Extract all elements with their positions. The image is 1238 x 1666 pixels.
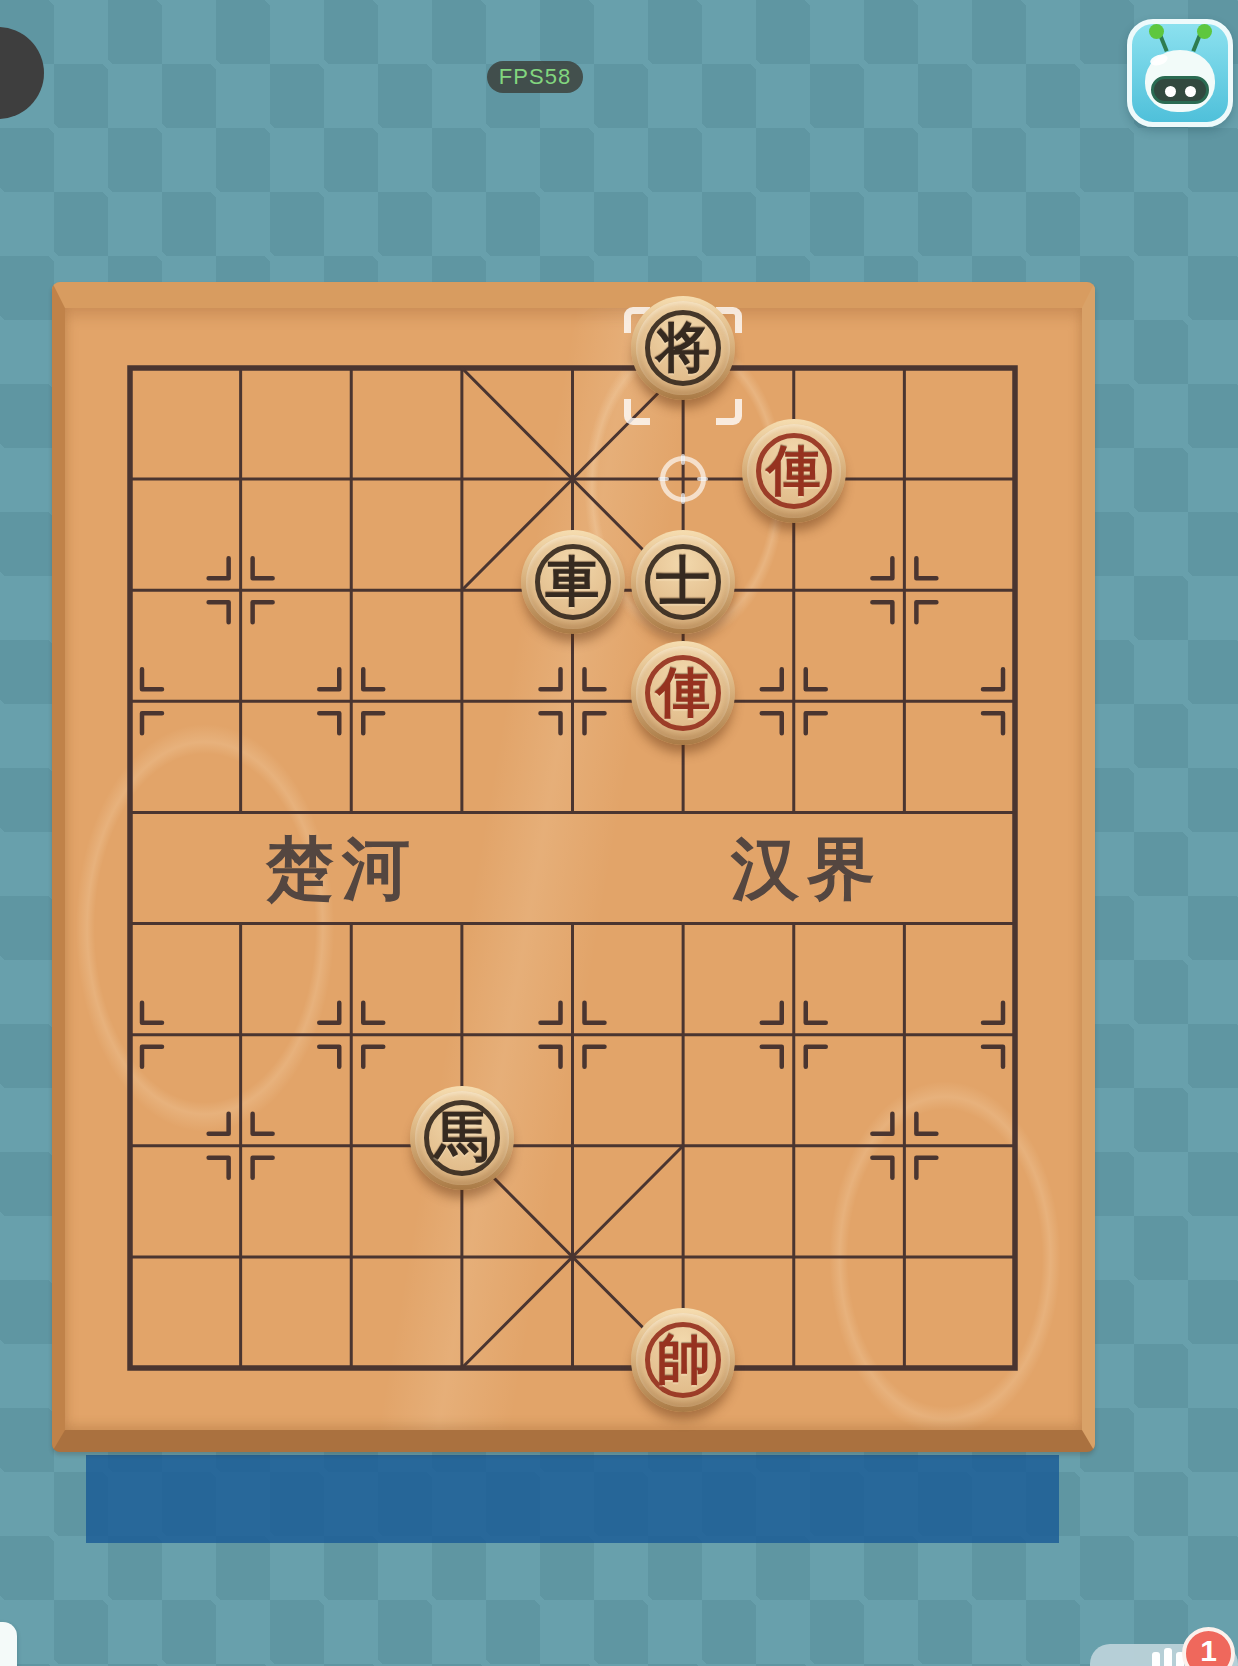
piece-black-chariot[interactable]: 車: [521, 530, 625, 634]
fps-counter: FPS58: [487, 61, 583, 93]
board-drop-shadow: [86, 1455, 1059, 1543]
piece-character: 俥: [631, 641, 735, 745]
piece-red-chariot-1[interactable]: 俥: [742, 419, 846, 523]
piece-character: 馬: [410, 1086, 514, 1190]
robot-antenna-ball-left-icon: [1149, 24, 1164, 39]
piece-character: 帥: [631, 1308, 735, 1412]
robot-eye-right-icon: [1185, 86, 1196, 97]
piece-black-advisor[interactable]: 士: [631, 530, 735, 634]
button-glyph: [1152, 1652, 1160, 1666]
robot-assistant-button[interactable]: [1127, 19, 1233, 127]
robot-visor-icon: [1151, 76, 1209, 104]
fps-label: FPS58: [499, 64, 571, 90]
notification-badge-count: 1: [1200, 1631, 1217, 1666]
piece-black-general[interactable]: 将: [631, 296, 735, 400]
piece-red-general[interactable]: 帥: [631, 1308, 735, 1412]
robot-eye-left-icon: [1165, 86, 1176, 97]
piece-black-horse[interactable]: 馬: [410, 1086, 514, 1190]
notification-badge: 1: [1182, 1627, 1235, 1666]
robot-antenna-ball-right-icon: [1197, 24, 1212, 39]
board-grid: 楚河汉界: [65, 308, 1082, 1430]
bottom-left-panel-edge[interactable]: [0, 1622, 17, 1666]
piece-character: 車: [521, 530, 625, 634]
river-label-right: 汉界: [730, 831, 883, 907]
river-label-left: 楚河: [265, 831, 418, 907]
piece-red-chariot-2[interactable]: 俥: [631, 641, 735, 745]
piece-character: 士: [631, 530, 735, 634]
top-left-menu-button[interactable]: [0, 27, 44, 119]
button-glyph: [1164, 1648, 1172, 1666]
piece-character: 将: [631, 296, 735, 400]
xiangqi-board[interactable]: 楚河汉界将俥車士俥馬帥: [52, 282, 1095, 1452]
piece-character: 俥: [742, 419, 846, 523]
board-surface[interactable]: 楚河汉界将俥車士俥馬帥: [65, 308, 1082, 1430]
